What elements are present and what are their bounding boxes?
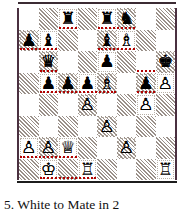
square-d4: ♙ (78, 94, 98, 116)
square-b3 (39, 116, 59, 138)
puzzle-caption: 5. White to Mate in 2 (4, 197, 119, 213)
board-bottom-rule (17, 181, 177, 183)
white-rook: ♖ (158, 159, 173, 181)
square-h6: ♚ (156, 51, 176, 73)
square-e4 (97, 94, 117, 116)
black-pawn: ♟ (99, 51, 114, 73)
white-pawn: ♙ (99, 116, 114, 138)
spellcheck-squiggle (40, 91, 116, 93)
spellcheck-squiggle (137, 91, 155, 93)
white-pawn: ♙ (158, 73, 173, 95)
square-c7 (58, 30, 78, 52)
square-h3 (156, 116, 176, 138)
square-b4 (39, 94, 59, 116)
square-a3 (19, 116, 39, 138)
square-g1 (136, 159, 156, 181)
spellcheck-squiggle (137, 70, 155, 72)
square-h2 (156, 137, 176, 159)
square-e1 (97, 159, 117, 181)
square-c3 (58, 116, 78, 138)
square-c6 (58, 51, 78, 73)
square-a5 (19, 73, 39, 95)
square-f4 (117, 94, 137, 116)
square-g8 (136, 8, 156, 30)
square-g7 (136, 30, 156, 52)
square-f2: ♙ (117, 137, 137, 159)
square-h4 (156, 94, 176, 116)
square-h5: ♙ (156, 73, 176, 95)
square-a8 (19, 8, 39, 30)
square-f3 (117, 116, 137, 138)
square-f5 (117, 73, 137, 95)
board-frame: ♜♜♞♟♝♝♗♛♟♚♟♟♟♗♟♙♙♙♙♙♙♕♙♔♖♖ (17, 8, 177, 180)
square-a6 (19, 51, 39, 73)
square-h8 (156, 8, 176, 30)
spellcheck-squiggle (20, 48, 57, 50)
spellcheck-squiggle (40, 70, 58, 72)
square-d7 (78, 30, 98, 52)
spellcheck-squiggle (40, 177, 97, 179)
square-d3 (78, 116, 98, 138)
square-d8 (78, 8, 98, 30)
square-c4 (58, 94, 78, 116)
spellcheck-squiggle (98, 27, 135, 29)
square-a4 (19, 94, 39, 116)
square-b8 (39, 8, 59, 30)
square-g4: ♙ (136, 94, 156, 116)
spellcheck-squiggle (98, 48, 135, 50)
square-h7 (156, 30, 176, 52)
square-g2 (136, 137, 156, 159)
square-e6: ♟ (97, 51, 117, 73)
chess-diagram: ♜♜♞♟♝♝♗♛♟♚♟♟♟♗♟♙♙♙♙♙♙♕♙♔♖♖ (17, 2, 177, 183)
square-e2 (97, 137, 117, 159)
white-pawn: ♙ (138, 94, 153, 116)
white-pawn: ♙ (119, 137, 134, 159)
chess-board-grid: ♜♜♞♟♝♝♗♛♟♚♟♟♟♗♟♙♙♙♙♙♙♕♙♔♖♖ (19, 8, 175, 180)
square-d2 (78, 137, 98, 159)
white-pawn: ♙ (80, 94, 95, 116)
square-e3: ♙ (97, 116, 117, 138)
square-f1 (117, 159, 137, 181)
square-a1 (19, 159, 39, 181)
square-d6 (78, 51, 98, 73)
black-king: ♚ (158, 51, 173, 73)
spellcheck-squiggle (20, 156, 77, 158)
spellcheck-squiggle (59, 27, 77, 29)
square-h1: ♖ (156, 159, 176, 181)
square-g3 (136, 116, 156, 138)
square-f6 (117, 51, 137, 73)
